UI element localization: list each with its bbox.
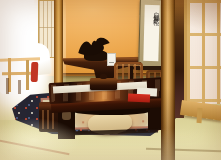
washitsu-room-photo: 白鶴舞老松 — [0, 0, 221, 160]
vignette-overlay — [0, 0, 221, 160]
